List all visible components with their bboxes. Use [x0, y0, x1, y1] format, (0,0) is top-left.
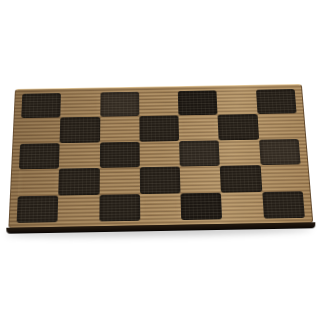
light-square-r1c2 — [61, 92, 101, 117]
dark-square-r3c5 — [179, 140, 220, 166]
light-square-r3c6 — [219, 139, 260, 165]
light-square-r5c4 — [140, 193, 181, 221]
dark-square-r2c2 — [60, 117, 100, 143]
light-square-r4c1 — [18, 169, 59, 196]
dark-square-r3c3 — [99, 142, 139, 168]
dark-square-r2c6 — [218, 114, 259, 140]
dark-square-r4c4 — [140, 167, 181, 194]
dark-square-r5c5 — [181, 192, 223, 220]
light-square-r1c6 — [217, 90, 257, 115]
dark-square-r1c1 — [21, 93, 61, 118]
dark-square-r1c5 — [178, 90, 218, 115]
board-perspective — [6, 64, 314, 228]
dark-square-r1c7 — [256, 89, 297, 114]
photo-stage — [0, 0, 320, 320]
light-square-r4c3 — [99, 167, 140, 194]
light-square-r3c4 — [139, 141, 179, 167]
dark-square-r2c4 — [139, 116, 179, 142]
dark-square-r5c7 — [262, 191, 305, 219]
light-square-r4c7 — [260, 165, 302, 192]
light-square-r3c2 — [59, 142, 99, 168]
dark-square-r1c3 — [100, 92, 139, 117]
light-square-r1c4 — [139, 91, 179, 116]
light-square-r2c5 — [179, 115, 219, 141]
board-wrap — [6, 64, 314, 235]
light-square-r5c6 — [221, 192, 263, 220]
light-square-r5c2 — [58, 194, 99, 222]
light-square-r2c1 — [20, 118, 60, 144]
light-square-r2c7 — [257, 114, 298, 140]
dark-square-r3c7 — [259, 139, 301, 165]
dark-square-r3c1 — [19, 143, 60, 169]
light-square-r4c5 — [180, 166, 221, 193]
dark-square-r5c1 — [17, 195, 59, 223]
dark-square-r5c3 — [99, 194, 140, 222]
dark-square-r4c2 — [58, 168, 99, 195]
checkerboard — [8, 84, 313, 229]
light-square-r2c3 — [100, 116, 140, 142]
dark-square-r4c6 — [220, 165, 262, 192]
